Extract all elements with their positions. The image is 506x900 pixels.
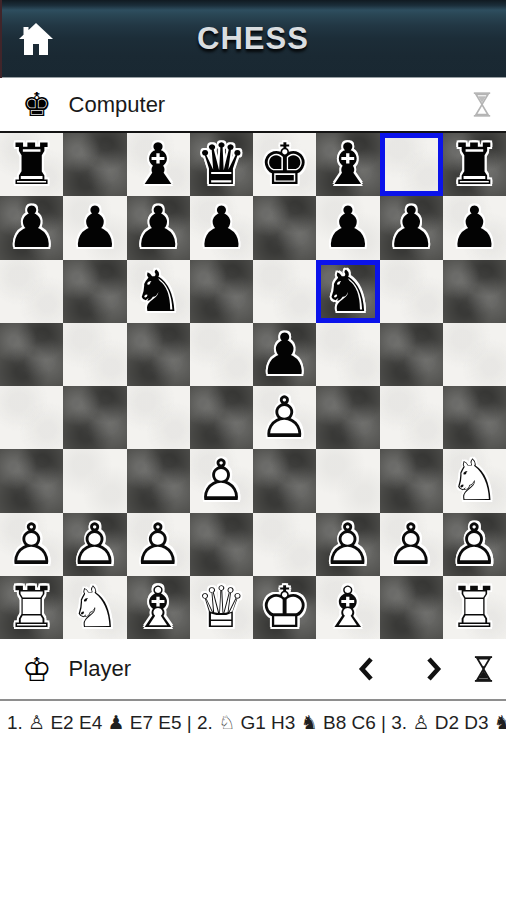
- chess-board: ♜♝♛♚♝♜♟♟♟♟♟♟♟♞♞♟♟♙♟♙♞♘♟♙♟♙♟♙♟♙♟♙♟♙♜♖♞♘♝♗…: [0, 133, 506, 639]
- piece-black-pawn: ♟: [127, 196, 190, 259]
- piece-black-pawn: ♟: [63, 196, 126, 259]
- square-e2[interactable]: [253, 513, 316, 576]
- square-g4[interactable]: [380, 386, 443, 449]
- piece-black-knight: ♞: [127, 260, 190, 323]
- square-e8[interactable]: ♚: [253, 133, 316, 196]
- white-king-icon: ♔: [22, 653, 52, 686]
- square-a8[interactable]: ♜: [0, 133, 63, 196]
- piece-black-bishop: ♝: [127, 133, 190, 196]
- black-king-icon: ♚: [22, 88, 52, 121]
- square-d6[interactable]: [190, 260, 253, 323]
- piece-white-bishop: ♝♗: [127, 576, 190, 639]
- piece-white-pawn: ♟♙: [0, 513, 63, 576]
- piece-white-pawn: ♟♙: [443, 513, 506, 576]
- player-hourglass-icon: [472, 655, 494, 683]
- square-h8[interactable]: ♜: [443, 133, 506, 196]
- square-d3[interactable]: ♟♙: [190, 449, 253, 512]
- square-g7[interactable]: ♟: [380, 196, 443, 259]
- square-a6[interactable]: [0, 260, 63, 323]
- piece-black-rook: ♜: [443, 133, 506, 196]
- square-h7[interactable]: ♟: [443, 196, 506, 259]
- square-c1[interactable]: ♝♗: [127, 576, 190, 639]
- app-bar: CHESS: [0, 0, 506, 78]
- move-list: 1. ♙ E2 E4 ♟ E7 E5 | 2. ♘ G1 H3 ♞ B8 C6 …: [0, 701, 506, 734]
- square-f6[interactable]: ♞: [316, 260, 379, 323]
- square-f2[interactable]: ♟♙: [316, 513, 379, 576]
- computer-row: ♚ Computer: [0, 78, 506, 133]
- piece-black-pawn: ♟: [253, 323, 316, 386]
- previous-move-button[interactable]: [350, 652, 384, 686]
- square-g1[interactable]: [380, 576, 443, 639]
- square-d5[interactable]: [190, 323, 253, 386]
- square-g5[interactable]: [380, 323, 443, 386]
- piece-white-knight: ♞♘: [63, 576, 126, 639]
- piece-white-queen: ♛♕: [190, 576, 253, 639]
- computer-label: Computer: [69, 92, 166, 118]
- computer-hourglass-icon: [471, 91, 493, 119]
- piece-white-rook: ♜♖: [0, 576, 63, 639]
- square-g3[interactable]: [380, 449, 443, 512]
- square-e5[interactable]: ♟: [253, 323, 316, 386]
- square-d8[interactable]: ♛: [190, 133, 253, 196]
- square-b3[interactable]: [63, 449, 126, 512]
- square-g6[interactable]: [380, 260, 443, 323]
- square-e6[interactable]: [253, 260, 316, 323]
- square-h6[interactable]: [443, 260, 506, 323]
- piece-black-knight: ♞: [316, 260, 379, 323]
- piece-black-pawn: ♟: [443, 196, 506, 259]
- square-h3[interactable]: ♞♘: [443, 449, 506, 512]
- square-e7[interactable]: [253, 196, 316, 259]
- piece-white-king: ♚♔: [253, 576, 316, 639]
- square-h2[interactable]: ♟♙: [443, 513, 506, 576]
- square-d2[interactable]: [190, 513, 253, 576]
- square-f1[interactable]: ♝♗: [316, 576, 379, 639]
- square-a4[interactable]: [0, 386, 63, 449]
- square-e4[interactable]: ♟♙: [253, 386, 316, 449]
- piece-white-pawn: ♟♙: [380, 513, 443, 576]
- square-g2[interactable]: ♟♙: [380, 513, 443, 576]
- square-a2[interactable]: ♟♙: [0, 513, 63, 576]
- square-d4[interactable]: [190, 386, 253, 449]
- square-b2[interactable]: ♟♙: [63, 513, 126, 576]
- square-h4[interactable]: [443, 386, 506, 449]
- piece-black-pawn: ♟: [380, 196, 443, 259]
- square-g8[interactable]: [380, 133, 443, 196]
- piece-white-knight: ♞♘: [443, 449, 506, 512]
- chevron-right-icon: [421, 656, 445, 682]
- square-b7[interactable]: ♟: [63, 196, 126, 259]
- player-label: Player: [69, 656, 131, 682]
- piece-white-bishop: ♝♗: [316, 576, 379, 639]
- piece-white-pawn: ♟♙: [190, 449, 253, 512]
- piece-white-rook: ♜♖: [443, 576, 506, 639]
- square-c7[interactable]: ♟: [127, 196, 190, 259]
- piece-black-pawn: ♟: [0, 196, 63, 259]
- square-b6[interactable]: [63, 260, 126, 323]
- square-c2[interactable]: ♟♙: [127, 513, 190, 576]
- square-h1[interactable]: ♜♖: [443, 576, 506, 639]
- square-d7[interactable]: ♟: [190, 196, 253, 259]
- square-e1[interactable]: ♚♔: [253, 576, 316, 639]
- piece-white-pawn: ♟♙: [316, 513, 379, 576]
- square-c3[interactable]: [127, 449, 190, 512]
- piece-black-pawn: ♟: [316, 196, 379, 259]
- piece-white-pawn: ♟♙: [127, 513, 190, 576]
- square-f8[interactable]: ♝: [316, 133, 379, 196]
- square-a1[interactable]: ♜♖: [0, 576, 63, 639]
- square-a3[interactable]: [0, 449, 63, 512]
- player-row: ♔ Player: [0, 639, 506, 699]
- square-d1[interactable]: ♛♕: [190, 576, 253, 639]
- page-title: CHESS: [0, 21, 506, 57]
- piece-white-pawn: ♟♙: [63, 513, 126, 576]
- piece-black-queen: ♛: [190, 133, 253, 196]
- square-b8[interactable]: [63, 133, 126, 196]
- square-f7[interactable]: ♟: [316, 196, 379, 259]
- piece-black-bishop: ♝: [316, 133, 379, 196]
- square-b1[interactable]: ♞♘: [63, 576, 126, 639]
- square-c5[interactable]: [127, 323, 190, 386]
- square-e3[interactable]: [253, 449, 316, 512]
- chevron-left-icon: [355, 656, 379, 682]
- square-f3[interactable]: [316, 449, 379, 512]
- square-f5[interactable]: [316, 323, 379, 386]
- square-f4[interactable]: [316, 386, 379, 449]
- piece-black-rook: ♜: [0, 133, 63, 196]
- square-c4[interactable]: [127, 386, 190, 449]
- square-c6[interactable]: ♞: [127, 260, 190, 323]
- square-a5[interactable]: [0, 323, 63, 386]
- square-b4[interactable]: [63, 386, 126, 449]
- piece-black-king: ♚: [253, 133, 316, 196]
- piece-white-pawn: ♟♙: [253, 386, 316, 449]
- square-h5[interactable]: [443, 323, 506, 386]
- next-move-button[interactable]: [416, 652, 450, 686]
- square-c8[interactable]: ♝: [127, 133, 190, 196]
- piece-black-pawn: ♟: [190, 196, 253, 259]
- square-b5[interactable]: [63, 323, 126, 386]
- square-a7[interactable]: ♟: [0, 196, 63, 259]
